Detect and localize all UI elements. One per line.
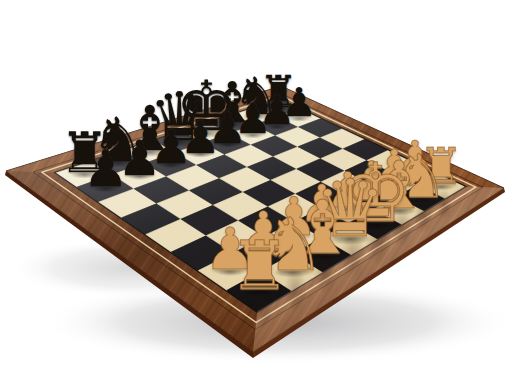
chess-product-photo: ♜♞♟♝♟♚♟♛♟♝♟♞♟♟♜♟♟♜♟♟♞♟♝♟♚♟♛♟♝♟♞♜ (0, 0, 510, 384)
piece-black-pawn-a7[interactable]: ♟ (83, 144, 128, 195)
piece-white-rook-a1[interactable]: ♜ (229, 232, 289, 299)
